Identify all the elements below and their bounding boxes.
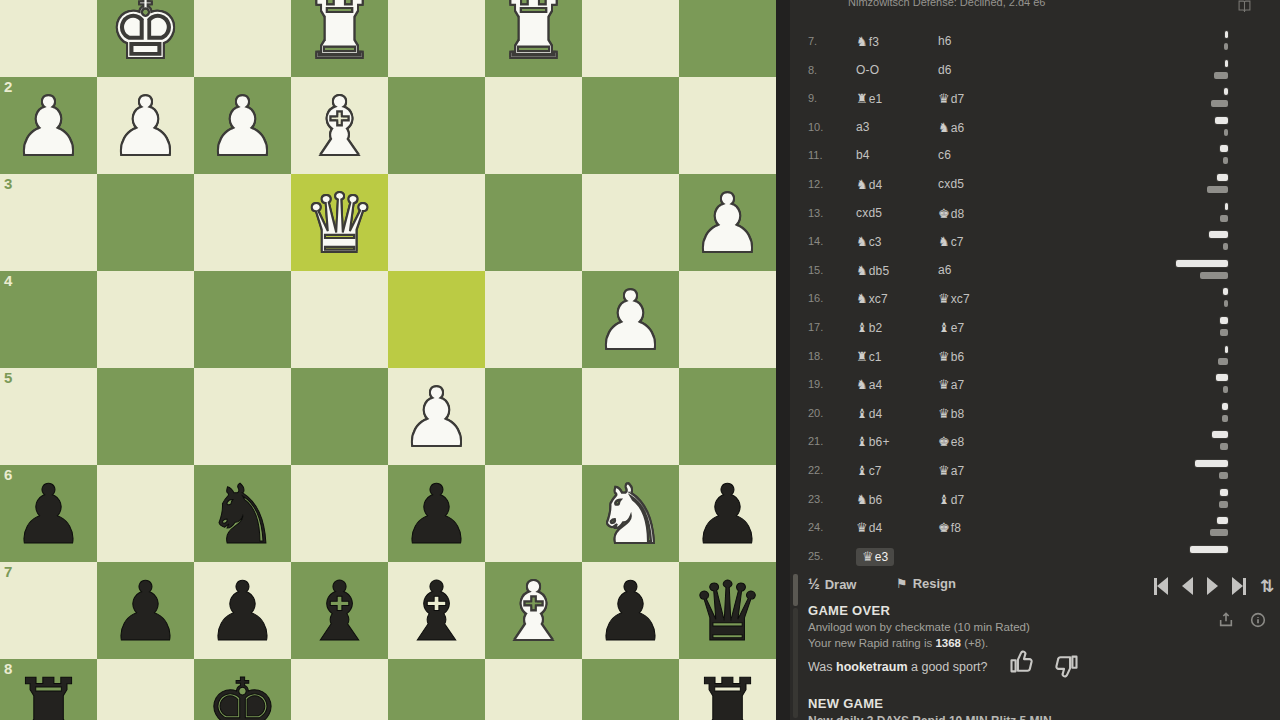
white-move-Bb6+[interactable]: ♝b6+ [856,434,890,449]
move-number: 23. [808,493,823,505]
white-move-O-O[interactable]: O-O [856,63,879,77]
square-e7[interactable]: ♝ [291,562,388,659]
square-f2[interactable]: ♟ [194,77,291,174]
square-a8[interactable]: ♜ [679,659,776,720]
square-b2[interactable] [582,77,679,174]
white-move-Na4[interactable]: ♞a4 [856,377,882,392]
black-piece-h8: ♜ [0,659,97,720]
white-move-cxd5[interactable]: cxd5 [856,206,882,220]
move-number: 13. [808,207,823,219]
black-move-c6[interactable]: c6 [938,148,951,162]
move-row-22: 22.♝c755.8♛a712.9 [790,457,1280,485]
half-point-icon: ½ [808,576,820,592]
move-row-21: 21.♝b6+26.2♚e810.0 [790,428,1280,456]
square-d1[interactable] [388,0,485,77]
white-move-Nf3[interactable]: ♞f3 [856,34,879,49]
move-row-19: 19.♞a418.2♛a75.7 [790,371,1280,399]
move-number: 7. [808,35,817,47]
black-piece-f6: ♞ [194,465,291,562]
square-a2[interactable] [679,77,776,174]
white-piece-b6: ♞ [582,465,679,562]
square-c3[interactable] [485,174,582,271]
square-e6[interactable] [291,465,388,562]
rank-label-8: 8 [4,661,12,676]
game-sidebar: Nimzowitsch Defense: Declined, 2.d4 e6 7… [790,0,1280,720]
rank-label-2: 2 [4,79,12,94]
move-row-15: 15.♞db52:57.6a648.1 [790,257,1280,285]
square-b5[interactable] [582,368,679,465]
move-number: 15. [808,264,823,276]
white-move-Nb6[interactable]: ♞b6 [856,492,882,507]
move-row-12: 12.♞d416.4cxd535.2 [790,171,1280,199]
game-controls: ½Draw ⚑Resign ⇅ [790,572,1280,602]
move-row-10: 10.a319.8♞a63.4 [790,114,1280,142]
square-g3[interactable] [97,174,194,271]
move-number: 22. [808,464,823,476]
white-move-Bb2[interactable]: ♝b2 [856,320,882,335]
black-piece-g7: ♟ [97,562,194,659]
black-move-Qb6[interactable]: ♛b6 [938,349,964,364]
square-c5[interactable] [485,368,582,465]
rank-label-4: 4 [4,273,12,288]
square-b1[interactable] [582,0,679,77]
square-a3[interactable]: ♟ [679,174,776,271]
square-d7[interactable]: ♝ [388,562,485,659]
black-move-cxd5[interactable]: cxd5 [938,177,964,191]
square-e3[interactable]: ♛ [291,174,388,271]
black-move-Qd7[interactable]: ♛d7 [938,91,964,106]
white-piece-e1: ♜ [291,0,388,77]
square-g2[interactable]: ♟ [97,77,194,174]
square-f6[interactable]: ♞ [194,465,291,562]
square-f1[interactable] [194,0,291,77]
square-a6[interactable]: ♟ [679,465,776,562]
chess-board[interactable]: 1♚♜♜2♟♟♟♝3♛♟4♟5♟6♟♞♟♞♟7♟♟♝♝♝♟♛8♜♚♜ [0,0,776,720]
move-row-14: 14.♞c330.7♞c75.9 [790,228,1280,256]
move-row-18: 18.♜c11.8♛b614.6 [790,343,1280,371]
move-navigation: ⇅ [1154,574,1274,598]
black-move-Kd8[interactable]: ♚d8 [938,206,964,221]
square-g6[interactable] [97,465,194,562]
white-move-Re1[interactable]: ♜e1 [856,91,882,106]
opponent-username: hooketraum [836,660,908,674]
white-move-Nxc7[interactable]: ♞xc7 [856,291,888,306]
square-e1[interactable]: ♜ [291,0,388,77]
move-row-23: 23.♞b610.4♝d712.1 [790,486,1280,514]
board-sidebar-gutter [776,0,790,720]
square-b3[interactable] [582,174,679,271]
move-number: 21. [808,435,823,447]
square-a4[interactable] [679,271,776,368]
square-e8[interactable] [291,659,388,720]
square-c7[interactable]: ♝ [485,562,582,659]
black-piece-h6: ♟ [0,465,97,562]
game-over-icons [1218,612,1266,628]
move-row-25: 25.♛e364.6 [790,543,1280,571]
opening-name: Nimzowitsch Defense: Declined, 2.d4 e6 [848,0,1228,10]
white-piece-g1: ♚ [97,0,194,77]
square-b8[interactable] [582,659,679,720]
move-row-9: 9.♜e12.8♛d726.5 [790,85,1280,113]
flip-board-button[interactable]: ⇅ [1260,576,1274,596]
black-piece-d7: ♝ [388,562,485,659]
square-c6[interactable] [485,465,582,562]
new-rating-value: 1368 [935,637,961,649]
square-b4[interactable]: ♟ [582,271,679,368]
square-g1[interactable]: ♚ [97,0,194,77]
square-h3[interactable]: 3 [0,174,97,271]
square-h1[interactable]: 1 [0,0,97,77]
white-move-Ndb5[interactable]: ♞db5 [856,263,889,278]
white-move-Nd4[interactable]: ♞d4 [856,177,882,192]
square-e5[interactable] [291,368,388,465]
move-row-24: 24.♛d416.1♚f829.8 [790,514,1280,542]
square-e4[interactable] [291,271,388,368]
white-piece-e2: ♝ [291,77,388,174]
scrollbar-track[interactable] [793,608,798,718]
square-f7[interactable]: ♟ [194,562,291,659]
square-d5[interactable]: ♟ [388,368,485,465]
square-e2[interactable]: ♝ [291,77,388,174]
new-game-options-cut[interactable]: New daily 3 DAYS Rapid 10 MIN Blitz 5 MI… [808,714,1278,720]
move-number: 17. [808,321,823,333]
resign-flag-icon: ⚑ [896,576,908,591]
white-move-Nc3[interactable]: ♞c3 [856,234,882,249]
square-d3[interactable] [388,174,485,271]
thumbs-down-button[interactable] [1052,652,1080,680]
white-move-a3[interactable]: a3 [856,120,870,134]
go-to-end-button[interactable] [1232,576,1246,596]
square-d4[interactable] [388,271,485,368]
move-row-7: 7.♞f31.1h62.8 [790,28,1280,56]
white-piece-h2: ♟ [0,77,97,174]
black-move-a6[interactable]: a6 [938,263,952,277]
square-b7[interactable]: ♟ [582,562,679,659]
move-number: 12. [808,178,823,190]
square-c8[interactable] [485,659,582,720]
white-move-Rc1[interactable]: ♜c1 [856,349,882,364]
move-number: 24. [808,521,823,533]
white-piece-c1: ♜ [485,0,582,77]
square-a7[interactable]: ♛ [679,562,776,659]
white-move-Qd4[interactable]: ♛d4 [856,520,882,535]
move-number: 25. [808,550,823,562]
move-row-13: 13.cxd51.7♚d810.1 [790,200,1280,228]
white-piece-a3: ♟ [679,174,776,271]
black-piece-e7: ♝ [291,562,388,659]
white-piece-g2: ♟ [97,77,194,174]
white-move-Bd4[interactable]: ♝d4 [856,406,882,421]
rank-label-7: 7 [4,564,12,579]
move-number: 20. [808,407,823,419]
move-number: 11. [808,149,822,161]
square-b6[interactable]: ♞ [582,465,679,562]
move-row-20: 20.♝d46.7♛b86.8 [790,400,1280,428]
black-piece-b7: ♟ [582,562,679,659]
square-f8[interactable]: ♚ [194,659,291,720]
square-a1[interactable] [679,0,776,77]
move-row-8: 8.O-O2.3d622.3 [790,57,1280,85]
opening-book-icon [1238,0,1251,12]
black-piece-f7: ♟ [194,562,291,659]
rank-label-6: 6 [4,467,12,482]
white-piece-d5: ♟ [388,368,485,465]
move-number: 18. [808,350,823,362]
square-h5[interactable]: 5 [0,368,97,465]
white-move-Qe3[interactable]: ♛e3 [856,549,894,564]
square-c1[interactable]: ♜ [485,0,582,77]
black-piece-f8: ♚ [194,659,291,720]
black-piece-d6: ♟ [388,465,485,562]
move-number: 16. [808,292,823,304]
square-f5[interactable] [194,368,291,465]
square-f4[interactable] [194,271,291,368]
black-move-Be7[interactable]: ♝e7 [938,320,964,335]
white-piece-b4: ♟ [582,271,679,368]
square-c4[interactable] [485,271,582,368]
move-row-11: 11.b410.1c65.3 [790,142,1280,170]
move-row-16: 16.♞xc74.9♛xc72.8 [790,285,1280,313]
move-row-17: 17.♝b210.3♝e710.7 [790,314,1280,342]
black-move-Qxc7[interactable]: ♛xc7 [938,291,970,306]
black-move-d6[interactable]: d6 [938,63,952,77]
square-h6[interactable]: 6♟ [0,465,97,562]
thumbs-up-button[interactable] [1008,648,1036,676]
square-g8[interactable] [97,659,194,720]
black-move-Na6[interactable]: ♞a6 [938,120,964,135]
black-move-Kf8[interactable]: ♚f8 [938,520,961,535]
white-move-Bc7[interactable]: ♝c7 [856,463,882,478]
rank-label-5: 5 [4,370,12,385]
move-number: 10. [808,121,823,133]
draw-button[interactable]: ½Draw [808,576,856,592]
square-g7[interactable]: ♟ [97,562,194,659]
black-move-Nc7[interactable]: ♞c7 [938,234,964,249]
rating-text: Your new Rapid rating is 1368 (+8). [808,637,988,649]
game-result-text: Anvilogd won by checkmate (10 min Rated) [808,621,1030,633]
move-number: 19. [808,378,823,390]
black-move-Bd7[interactable]: ♝d7 [938,492,964,507]
next-move-button[interactable] [1207,576,1218,596]
square-d6[interactable]: ♟ [388,465,485,562]
black-move-h6[interactable]: h6 [938,34,952,48]
square-d2[interactable] [388,77,485,174]
square-h4[interactable]: 4 [0,271,97,368]
previous-move-button[interactable] [1182,576,1193,596]
move-number: 9. [808,92,817,104]
black-piece-a7: ♛ [679,562,776,659]
square-h8[interactable]: 8♜ [0,659,97,720]
black-piece-a6: ♟ [679,465,776,562]
resign-button[interactable]: ⚑Resign [896,576,956,591]
move-number: 14. [808,235,823,247]
black-piece-a8: ♜ [679,659,776,720]
square-h7[interactable]: 7 [0,562,97,659]
go-to-start-button[interactable] [1154,576,1168,596]
black-move-Ke8[interactable]: ♚e8 [938,434,964,449]
square-c2[interactable] [485,77,582,174]
square-f3[interactable] [194,174,291,271]
white-piece-c7: ♝ [485,562,582,659]
good-sport-prompt: Was hooketraum a good sport? [808,660,987,674]
square-a5[interactable] [679,368,776,465]
square-h2[interactable]: 2♟ [0,77,97,174]
white-move-b4[interactable]: b4 [856,148,870,162]
rank-label-3: 3 [4,176,12,191]
chess-game-review-screen: 1♚♜♜2♟♟♟♝3♛♟4♟5♟6♟♞♟♞♟7♟♟♝♝♝♟♛8♜♚♜ Nimzo… [0,0,1280,720]
white-piece-e3: ♛ [291,174,388,271]
info-icon[interactable] [1250,612,1266,628]
square-g5[interactable] [97,368,194,465]
move-number: 8. [808,64,817,76]
black-move-Qa7[interactable]: ♛a7 [938,377,964,392]
black-move-Qb8[interactable]: ♛b8 [938,406,964,421]
game-over-title: GAME OVER [808,603,890,618]
share-icon[interactable] [1218,612,1234,628]
black-move-Qa7[interactable]: ♛a7 [938,463,964,478]
white-piece-f2: ♟ [194,77,291,174]
square-g4[interactable] [97,271,194,368]
square-d8[interactable] [388,659,485,720]
new-game-title: NEW GAME [808,696,883,711]
